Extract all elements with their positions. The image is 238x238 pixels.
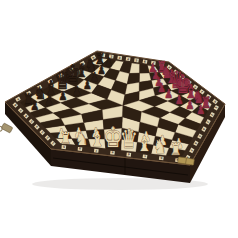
hinge-plate [1,123,13,133]
coordinate-label: 5 [134,58,139,63]
coordinate-label: 6 [143,59,148,64]
coordinate-label: 4 [126,57,131,62]
red-pawn[interactable]: ♟ [185,97,194,113]
white-bishop[interactable]: ♝ [90,127,104,150]
product-photo: abcdefgh12345678abcdefgh12345678abcdefgh… [0,0,238,238]
black-pawn[interactable]: ♟ [44,94,53,108]
red-pawn[interactable]: ♟ [164,87,173,101]
black-pawn[interactable]: ♟ [83,77,92,91]
white-bishop[interactable]: ♝ [137,132,152,155]
red-pawn[interactable]: ♟ [175,92,184,106]
black-pawn[interactable]: ♟ [72,84,81,98]
black-pawn[interactable]: ♟ [58,89,67,103]
red-pawn[interactable]: ♟ [196,102,205,118]
three-player-chess-board: abcdefgh12345678abcdefgh12345678abcdefgh… [0,0,238,238]
coordinate-label: 3 [117,56,122,61]
white-knight[interactable]: ♞ [153,135,166,157]
white-rook[interactable]: ♜ [60,128,71,147]
white-knight[interactable]: ♞ [75,128,88,149]
black-pawn[interactable]: ♟ [30,98,39,114]
hinge-clasp [0,121,13,136]
white-queen[interactable]: ♛ [120,124,138,154]
